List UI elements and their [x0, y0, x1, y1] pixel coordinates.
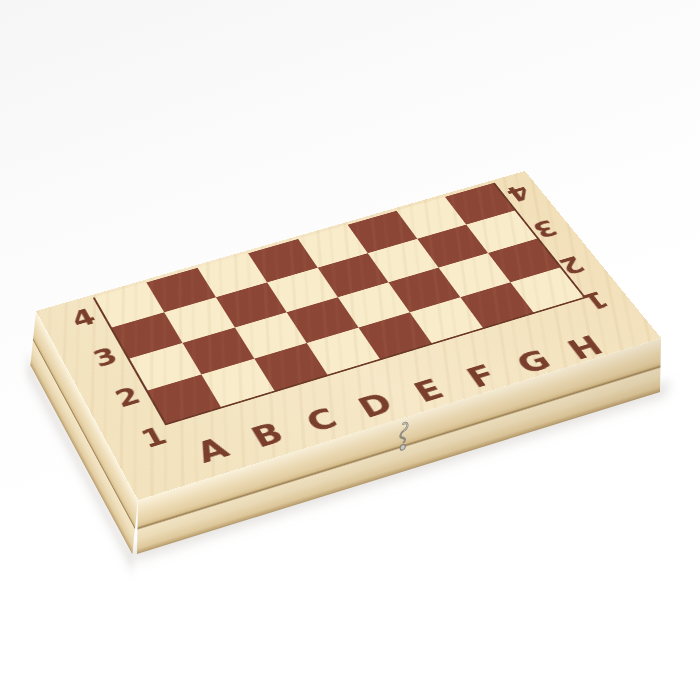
file-label-e: E: [409, 375, 449, 407]
file-label-b: B: [246, 418, 288, 452]
rank-label-left-4: 4: [68, 305, 100, 331]
rank-label-left-1: 1: [137, 423, 171, 452]
file-label-a: A: [191, 433, 233, 467]
clasp-hook-icon: [395, 418, 411, 455]
file-label-h: H: [562, 332, 608, 364]
file-label-c: C: [301, 404, 342, 437]
file-label-f: F: [461, 360, 501, 391]
rank-label-left-3: 3: [89, 344, 122, 371]
rank-label-right-1: 1: [577, 287, 613, 313]
file-label-d: D: [353, 388, 398, 422]
file-label-g: G: [511, 346, 556, 378]
rank-label-left-2: 2: [111, 383, 144, 411]
photo-background: 43214321ABCDEFGH: [0, 0, 700, 700]
